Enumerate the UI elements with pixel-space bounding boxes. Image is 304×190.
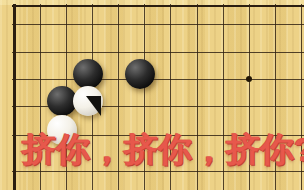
black-stone <box>73 59 103 89</box>
black-stone <box>125 59 155 89</box>
grid-hline <box>12 171 304 172</box>
caption-text: 挤你，挤你，挤你? <box>22 129 304 169</box>
grid-vline <box>13 4 16 190</box>
grid-hline <box>12 24 304 25</box>
star-point <box>246 76 252 82</box>
grid-hline <box>12 5 304 7</box>
grid-hline <box>12 79 304 80</box>
grid-hline <box>12 52 304 53</box>
go-video-frame: 挤你，挤你，挤你? <box>0 0 304 190</box>
